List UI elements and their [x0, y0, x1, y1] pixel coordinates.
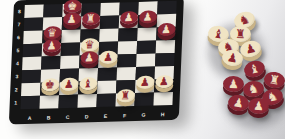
pawn-icon: ♟: [142, 10, 152, 23]
pawn-icon: ♟: [243, 40, 257, 58]
file-label-g: G: [134, 111, 153, 120]
black-king-c8[interactable]: ♚: [63, 0, 82, 13]
rook-icon: ♜: [120, 89, 130, 102]
rank-label-6: 6: [14, 31, 23, 44]
rook-icon: ♜: [234, 26, 245, 42]
white-pawn-g2[interactable]: ♟: [136, 75, 155, 89]
black-pawn-g7[interactable]: ♟: [138, 10, 157, 24]
rank-label-3: 3: [13, 70, 22, 83]
white-pawn-e4[interactable]: ♟: [99, 51, 118, 65]
white-pawn-h2[interactable]: ♟: [155, 75, 174, 89]
file-label-b: B: [39, 113, 58, 122]
black-pawn-h6[interactable]: ♟: [157, 23, 176, 37]
pawn-icon: ♟: [161, 23, 171, 36]
file-labels: ABCDEFGH: [20, 110, 172, 122]
file-label-f: F: [115, 111, 134, 120]
pawn-icon: ♟: [231, 94, 244, 112]
chess-board: ABCDEFGH 87654321 ♚♟♜♟♟♛♟♟♛♟♟♚♟♝♟♟♜: [9, 0, 184, 125]
white-bishop-d2[interactable]: ♝: [79, 77, 98, 91]
bishop-icon: ♝: [83, 77, 93, 90]
captured-black-pawn[interactable]: ♟: [222, 76, 243, 92]
pawn-icon: ♟: [66, 13, 76, 26]
rank-label-1: 1: [11, 96, 20, 109]
rook-icon: ♜: [85, 12, 95, 25]
white-rook-f1[interactable]: ♜: [116, 89, 135, 103]
black-pawn-d4[interactable]: ♟: [80, 51, 99, 65]
pawn-icon: ♟: [84, 51, 94, 64]
rank-label-7: 7: [15, 18, 24, 31]
file-label-e: E: [96, 112, 115, 121]
white-king-b2[interactable]: ♚: [41, 78, 60, 92]
rank-label-5: 5: [14, 44, 23, 57]
queen-icon: ♛: [47, 26, 57, 39]
black-rook-d7[interactable]: ♜: [81, 12, 100, 26]
pawn-icon: ♟: [252, 98, 264, 115]
black-pawn-f7[interactable]: ♟: [119, 11, 138, 25]
rank-label-2: 2: [12, 83, 21, 96]
black-pawn-c7[interactable]: ♟: [62, 13, 81, 27]
king-icon: ♚: [67, 0, 77, 13]
travel-chess-set-photo: ABCDEFGH 87654321 ♚♟♜♟♟♛♟♟♛♟♟♚♟♝♟♟♜ ♞♝♜♞…: [0, 0, 285, 139]
pawn-icon: ♟: [227, 76, 238, 92]
knight-icon: ♞: [247, 80, 259, 97]
queen-icon: ♛: [84, 38, 94, 51]
pawn-icon: ♟: [123, 11, 133, 24]
bishop-icon: ♝: [247, 60, 262, 78]
file-label-d: D: [77, 112, 96, 121]
black-queen-b6[interactable]: ♛: [43, 26, 62, 40]
file-label-c: C: [58, 113, 77, 122]
rank-label-4: 4: [13, 57, 22, 70]
file-label-h: H: [153, 110, 172, 119]
pawn-icon: ♟: [225, 49, 238, 67]
king-icon: ♚: [45, 78, 55, 91]
pawn-icon: ♟: [64, 78, 74, 91]
file-label-a: A: [20, 114, 39, 123]
rank-label-8: 8: [15, 5, 24, 18]
pawn-icon: ♟: [103, 51, 113, 64]
pawn-icon: ♟: [140, 76, 150, 89]
white-queen-d5[interactable]: ♛: [80, 38, 99, 52]
board-pieces: ♚♟♜♟♟♛♟♟♛♟♟♚♟♝♟♟♜: [20, 1, 176, 109]
rook-icon: ♜: [268, 71, 281, 88]
white-pawn-c2[interactable]: ♟: [60, 78, 79, 92]
black-pawn-b5[interactable]: ♟: [42, 39, 61, 53]
pawn-icon: ♟: [46, 39, 56, 52]
pawn-icon: ♟: [159, 75, 169, 88]
